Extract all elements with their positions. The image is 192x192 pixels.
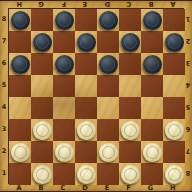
square-e6[interactable]: [97, 53, 119, 75]
square-c3[interactable]: [53, 119, 75, 141]
file-label-bottom-g: G: [139, 184, 161, 192]
square-c4[interactable]: [53, 97, 75, 119]
square-d4[interactable]: [75, 97, 97, 119]
square-g6[interactable]: [141, 53, 163, 75]
square-d7[interactable]: [75, 31, 97, 53]
rank-label-right-7: 7: [184, 140, 192, 162]
piece-dark-f7[interactable]: [121, 33, 140, 52]
file-label-bottom-d: D: [74, 184, 96, 192]
rank-label-left-5: 5: [0, 74, 8, 96]
rank-label-right-4: 4: [184, 74, 192, 96]
file-label-bottom-a: A: [8, 184, 30, 192]
square-h1[interactable]: [163, 163, 185, 185]
piece-white-e2[interactable]: [99, 143, 118, 162]
piece-dark-c8[interactable]: [55, 11, 74, 30]
square-a7[interactable]: [9, 31, 31, 53]
square-c6[interactable]: [53, 53, 75, 75]
file-labels-top: HGFEDCBA: [8, 0, 184, 8]
rank-label-right-1: 1: [184, 8, 192, 30]
square-b1[interactable]: [31, 163, 53, 185]
rank-labels-left: 87654321: [0, 8, 8, 184]
square-f6[interactable]: [119, 53, 141, 75]
square-a6[interactable]: [9, 53, 31, 75]
piece-dark-a8[interactable]: [11, 11, 30, 30]
square-g1[interactable]: [141, 163, 163, 185]
rank-labels-right: 12345678: [184, 8, 192, 184]
square-c5[interactable]: [53, 75, 75, 97]
square-h8[interactable]: [163, 9, 185, 31]
piece-white-h3[interactable]: [165, 121, 184, 140]
square-e5[interactable]: [97, 75, 119, 97]
rank-label-left-7: 7: [0, 30, 8, 52]
rank-label-right-5: 5: [184, 96, 192, 118]
square-a2[interactable]: [9, 141, 31, 163]
square-g2[interactable]: [141, 141, 163, 163]
square-f1[interactable]: [119, 163, 141, 185]
square-d2[interactable]: [75, 141, 97, 163]
file-label-top-a: A: [162, 0, 184, 8]
rank-label-right-3: 3: [184, 52, 192, 74]
square-d8[interactable]: [75, 9, 97, 31]
piece-dark-a6[interactable]: [11, 55, 30, 74]
square-e7[interactable]: [97, 31, 119, 53]
square-a5[interactable]: [9, 75, 31, 97]
piece-dark-b7[interactable]: [33, 33, 52, 52]
square-c7[interactable]: [53, 31, 75, 53]
piece-white-g2[interactable]: [143, 143, 162, 162]
rank-label-left-8: 8: [0, 8, 8, 30]
square-g5[interactable]: [141, 75, 163, 97]
file-labels-bottom: ABCDEFGH: [8, 184, 184, 192]
file-label-bottom-b: B: [30, 184, 52, 192]
square-b2[interactable]: [31, 141, 53, 163]
square-a1[interactable]: [9, 163, 31, 185]
file-label-top-b: B: [140, 0, 162, 8]
file-label-top-c: C: [118, 0, 140, 8]
piece-white-a2[interactable]: [11, 143, 30, 162]
file-label-bottom-f: F: [118, 184, 139, 192]
square-f3[interactable]: [119, 119, 141, 141]
rank-label-right-6: 6: [184, 118, 192, 140]
square-h2[interactable]: [163, 141, 185, 163]
file-label-top-d: D: [96, 0, 118, 8]
rank-label-left-6: 6: [0, 52, 8, 74]
piece-white-d3[interactable]: [77, 121, 96, 140]
file-label-bottom-e: E: [96, 184, 117, 192]
square-d1[interactable]: [75, 163, 97, 185]
rank-label-left-1: 1: [0, 162, 8, 184]
square-b6[interactable]: [31, 53, 53, 75]
square-b4[interactable]: [31, 97, 53, 119]
file-label-top-e: E: [74, 0, 95, 8]
square-c8[interactable]: [53, 9, 75, 31]
piece-white-b1[interactable]: [33, 165, 52, 184]
file-label-bottom-h: H: [162, 184, 184, 192]
square-f4[interactable]: [119, 97, 141, 119]
checkers-board: HGFEDCBA ABCDEFGH 87654321 12345678: [0, 0, 192, 192]
rank-label-right-2: 2: [184, 30, 192, 52]
board-grid: [8, 8, 184, 184]
square-a8[interactable]: [9, 9, 31, 31]
square-d5[interactable]: [75, 75, 97, 97]
square-h3[interactable]: [163, 119, 185, 141]
square-h4[interactable]: [163, 97, 185, 119]
piece-dark-g6[interactable]: [143, 55, 162, 74]
square-e3[interactable]: [97, 119, 119, 141]
piece-dark-h7[interactable]: [165, 33, 184, 52]
rank-label-left-3: 3: [0, 118, 8, 140]
square-a3[interactable]: [9, 119, 31, 141]
rank-label-right-8: 8: [184, 162, 192, 184]
square-h7[interactable]: [163, 31, 185, 53]
square-f2[interactable]: [119, 141, 141, 163]
file-label-top-h: H: [8, 0, 30, 8]
square-b7[interactable]: [31, 31, 53, 53]
square-g7[interactable]: [141, 31, 163, 53]
piece-dark-d7[interactable]: [77, 33, 96, 52]
square-g3[interactable]: [141, 119, 163, 141]
square-b8[interactable]: [31, 9, 53, 31]
piece-dark-e6[interactable]: [99, 55, 118, 74]
file-label-bottom-c: C: [52, 184, 74, 192]
square-e1[interactable]: [97, 163, 119, 185]
piece-dark-g8[interactable]: [143, 11, 162, 30]
square-d6[interactable]: [75, 53, 97, 75]
piece-dark-c6[interactable]: [55, 55, 74, 74]
piece-white-f1[interactable]: [121, 165, 140, 184]
square-g4[interactable]: [141, 97, 163, 119]
square-e8[interactable]: [97, 9, 119, 31]
square-a4[interactable]: [9, 97, 31, 119]
file-label-top-g: G: [30, 0, 52, 8]
square-e4[interactable]: [97, 97, 119, 119]
square-h6[interactable]: [163, 53, 185, 75]
file-label-top-f: F: [53, 0, 74, 8]
square-h5[interactable]: [163, 75, 185, 97]
square-d3[interactable]: [75, 119, 97, 141]
piece-white-f3[interactable]: [121, 121, 140, 140]
piece-white-c2[interactable]: [55, 143, 74, 162]
square-b5[interactable]: [31, 75, 53, 97]
square-b3[interactable]: [31, 119, 53, 141]
piece-white-b3[interactable]: [33, 121, 52, 140]
square-c2[interactable]: [53, 141, 75, 163]
rank-label-left-2: 2: [0, 140, 8, 162]
piece-white-h1[interactable]: [165, 165, 184, 184]
rank-label-left-4: 4: [0, 96, 8, 118]
square-f8[interactable]: [119, 9, 141, 31]
square-g8[interactable]: [141, 9, 163, 31]
square-e2[interactable]: [97, 141, 119, 163]
piece-dark-e8[interactable]: [99, 11, 118, 30]
piece-white-d1[interactable]: [77, 165, 96, 184]
square-c1[interactable]: [53, 163, 75, 185]
square-f7[interactable]: [119, 31, 141, 53]
square-f5[interactable]: [119, 75, 141, 97]
